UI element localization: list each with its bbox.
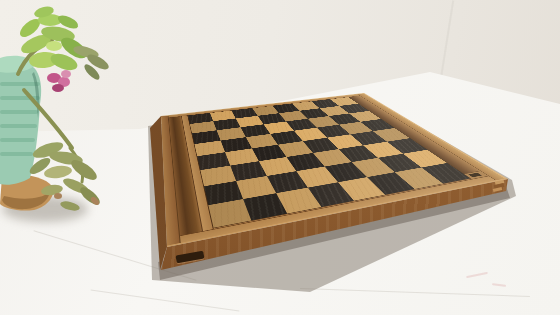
scene — [0, 0, 560, 315]
plant-buds-pink — [47, 70, 71, 92]
succulent-plant — [0, 0, 130, 235]
plant-leaves-right-gray — [72, 44, 111, 82]
